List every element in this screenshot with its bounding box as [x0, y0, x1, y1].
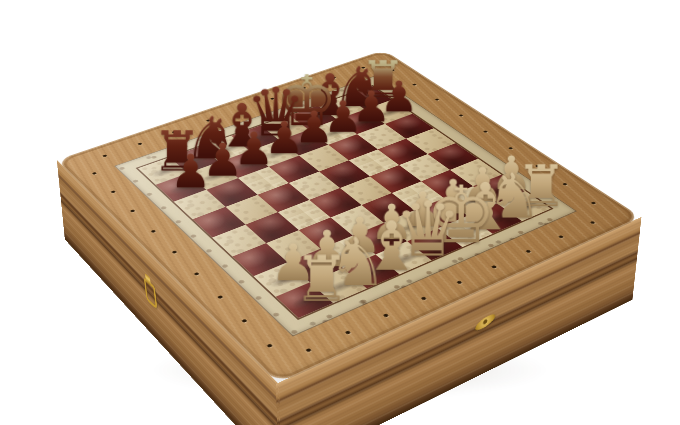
piece-glyph: ♟ — [170, 150, 212, 194]
frame-pin — [241, 319, 247, 323]
frame-pin — [110, 190, 115, 193]
frame-pin — [458, 114, 463, 117]
frame-pin — [217, 295, 223, 299]
frame-pin — [525, 250, 531, 254]
frame-pin — [435, 98, 440, 101]
frame-pin — [267, 344, 273, 348]
frame-pin — [137, 142, 142, 145]
frame-pin — [102, 154, 107, 157]
chess-box: ♜♞♝♛♚♝♞♜♟♟♟♟♟♟♟♟♟♟♟♟♟♟♟♟♜♞♝♛♚♝♞♜ — [56, 50, 641, 384]
frame-pin — [491, 265, 497, 269]
frame-pin — [92, 172, 97, 175]
frame-pin — [130, 209, 136, 212]
frame-pin — [420, 297, 426, 301]
frame-pin — [194, 272, 200, 276]
brass-clasp-icon — [143, 271, 156, 308]
frame-pin — [590, 221, 596, 224]
frame-pin — [150, 230, 156, 233]
frame-pin — [383, 313, 389, 317]
piece-white-rook[interactable]: ♜ — [293, 249, 335, 309]
photo-stage: ♜♞♝♛♚♝♞♜♟♟♟♟♟♟♟♟♟♟♟♟♟♟♟♟♜♞♝♛♚♝♞♜ — [0, 0, 680, 425]
frame-pin — [456, 281, 462, 285]
square-a1[interactable]: ♜ — [276, 282, 333, 318]
piece-black-pawn[interactable]: ♟ — [170, 150, 207, 194]
frame-pin — [172, 250, 178, 254]
piece-glyph: ♜ — [293, 249, 350, 309]
frame-pin — [345, 330, 351, 334]
frame-pin — [591, 202, 597, 205]
brass-keyhole-icon — [475, 311, 496, 333]
frame-pin — [305, 348, 312, 352]
frame-pin — [483, 130, 488, 133]
chess-box-scene: ♜♞♝♛♚♝♞♜♟♟♟♟♟♟♟♟♟♟♟♟♟♟♟♟♜♞♝♛♚♝♞♜ — [0, 0, 680, 425]
frame-pin — [558, 235, 564, 238]
